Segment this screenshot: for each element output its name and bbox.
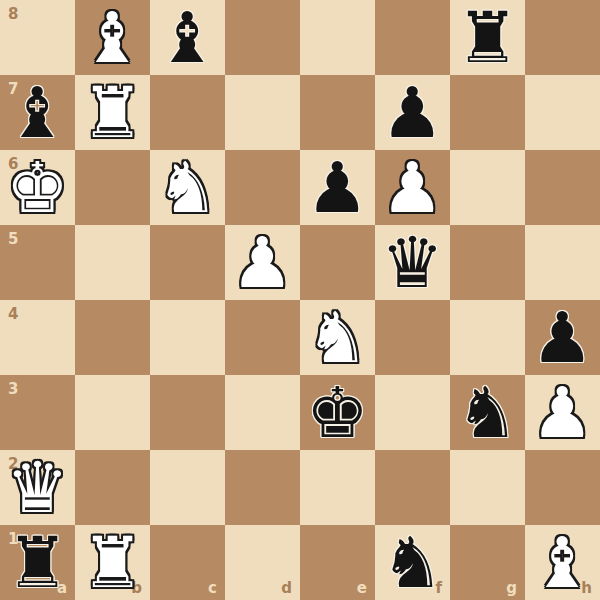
- square-e7[interactable]: [300, 75, 375, 150]
- square-b4[interactable]: [75, 300, 150, 375]
- square-c8[interactable]: ♝︎: [150, 0, 225, 75]
- square-e2[interactable]: [300, 450, 375, 525]
- black-pawn-h4[interactable]: ♟︎: [525, 300, 600, 375]
- square-a7[interactable]: 7♝︎: [0, 75, 75, 150]
- square-a1[interactable]: 1a♜︎: [0, 525, 75, 600]
- square-h3[interactable]: ♟︎: [525, 375, 600, 450]
- black-knight-f1[interactable]: ♞︎: [375, 525, 450, 600]
- square-c6[interactable]: ♞︎: [150, 150, 225, 225]
- square-a2[interactable]: 2♛︎: [0, 450, 75, 525]
- square-h4[interactable]: ♟︎: [525, 300, 600, 375]
- file-label-e: e: [357, 579, 367, 597]
- white-knight-c6[interactable]: ♞︎: [150, 150, 225, 225]
- square-b1[interactable]: b♜︎: [75, 525, 150, 600]
- white-pawn-h3[interactable]: ♟︎: [525, 375, 600, 450]
- square-f2[interactable]: [375, 450, 450, 525]
- black-king-e3[interactable]: ♚︎: [300, 375, 375, 450]
- square-a6[interactable]: 6♚︎: [0, 150, 75, 225]
- rank-label-3: 3: [8, 380, 18, 398]
- rank-label-8: 8: [8, 5, 18, 23]
- square-e8[interactable]: [300, 0, 375, 75]
- square-f7[interactable]: ♟︎: [375, 75, 450, 150]
- square-d4[interactable]: [225, 300, 300, 375]
- black-knight-g3[interactable]: ♞︎: [450, 375, 525, 450]
- square-h1[interactable]: h♝︎: [525, 525, 600, 600]
- square-g7[interactable]: [450, 75, 525, 150]
- white-rook-b7[interactable]: ♜︎: [75, 75, 150, 150]
- white-knight-e4[interactable]: ♞︎: [300, 300, 375, 375]
- square-e1[interactable]: e: [300, 525, 375, 600]
- square-c4[interactable]: [150, 300, 225, 375]
- black-queen-f5[interactable]: ♛︎: [375, 225, 450, 300]
- square-b8[interactable]: ♝︎: [75, 0, 150, 75]
- square-c2[interactable]: [150, 450, 225, 525]
- square-e5[interactable]: [300, 225, 375, 300]
- square-f8[interactable]: [375, 0, 450, 75]
- square-d1[interactable]: d: [225, 525, 300, 600]
- square-f4[interactable]: [375, 300, 450, 375]
- square-a3[interactable]: 3: [0, 375, 75, 450]
- square-c3[interactable]: [150, 375, 225, 450]
- square-e6[interactable]: ♟︎: [300, 150, 375, 225]
- white-bishop-b8[interactable]: ♝︎: [75, 0, 150, 75]
- rank-label-4: 4: [8, 305, 18, 323]
- square-f5[interactable]: ♛︎: [375, 225, 450, 300]
- square-f3[interactable]: [375, 375, 450, 450]
- square-g3[interactable]: ♞︎: [450, 375, 525, 450]
- square-d5[interactable]: ♟︎: [225, 225, 300, 300]
- file-label-d: d: [281, 579, 292, 597]
- square-h7[interactable]: [525, 75, 600, 150]
- square-d6[interactable]: [225, 150, 300, 225]
- black-pawn-e6[interactable]: ♟︎: [300, 150, 375, 225]
- black-bishop-a7[interactable]: ♝︎: [0, 75, 75, 150]
- white-queen-a2[interactable]: ♛︎: [0, 450, 75, 525]
- square-b2[interactable]: [75, 450, 150, 525]
- square-d2[interactable]: [225, 450, 300, 525]
- square-b7[interactable]: ♜︎: [75, 75, 150, 150]
- square-b6[interactable]: [75, 150, 150, 225]
- square-b3[interactable]: [75, 375, 150, 450]
- white-king-a6[interactable]: ♚︎: [0, 150, 75, 225]
- black-pawn-f7[interactable]: ♟︎: [375, 75, 450, 150]
- square-e3[interactable]: ♚︎: [300, 375, 375, 450]
- rank-label-5: 5: [8, 230, 18, 248]
- white-rook-b1[interactable]: ♜︎: [75, 525, 150, 600]
- square-c1[interactable]: c: [150, 525, 225, 600]
- square-h5[interactable]: [525, 225, 600, 300]
- file-label-g: g: [506, 579, 517, 597]
- black-bishop-c8[interactable]: ♝︎: [150, 0, 225, 75]
- white-bishop-h1[interactable]: ♝︎: [525, 525, 600, 600]
- black-rook-g8[interactable]: ♜︎: [450, 0, 525, 75]
- square-d7[interactable]: [225, 75, 300, 150]
- white-pawn-f6[interactable]: ♟︎: [375, 150, 450, 225]
- square-h2[interactable]: [525, 450, 600, 525]
- square-g5[interactable]: [450, 225, 525, 300]
- square-d3[interactable]: [225, 375, 300, 450]
- square-a8[interactable]: 8: [0, 0, 75, 75]
- square-e4[interactable]: ♞︎: [300, 300, 375, 375]
- square-d8[interactable]: [225, 0, 300, 75]
- square-g8[interactable]: ♜︎: [450, 0, 525, 75]
- square-h8[interactable]: [525, 0, 600, 75]
- chess-board: 8♝︎♝︎♜︎7♝︎♜︎♟︎6♚︎♞︎♟︎♟︎5♟︎♛︎4♞︎♟︎3♚︎♞︎♟︎…: [0, 0, 600, 600]
- white-pawn-d5[interactable]: ♟︎: [225, 225, 300, 300]
- square-a5[interactable]: 5: [0, 225, 75, 300]
- square-f6[interactable]: ♟︎: [375, 150, 450, 225]
- square-a4[interactable]: 4: [0, 300, 75, 375]
- square-f1[interactable]: f♞︎: [375, 525, 450, 600]
- square-g2[interactable]: [450, 450, 525, 525]
- square-c7[interactable]: [150, 75, 225, 150]
- square-g6[interactable]: [450, 150, 525, 225]
- file-label-c: c: [208, 579, 217, 597]
- square-b5[interactable]: [75, 225, 150, 300]
- square-c5[interactable]: [150, 225, 225, 300]
- square-g1[interactable]: g: [450, 525, 525, 600]
- square-g4[interactable]: [450, 300, 525, 375]
- black-rook-a1[interactable]: ♜︎: [0, 525, 75, 600]
- square-h6[interactable]: [525, 150, 600, 225]
